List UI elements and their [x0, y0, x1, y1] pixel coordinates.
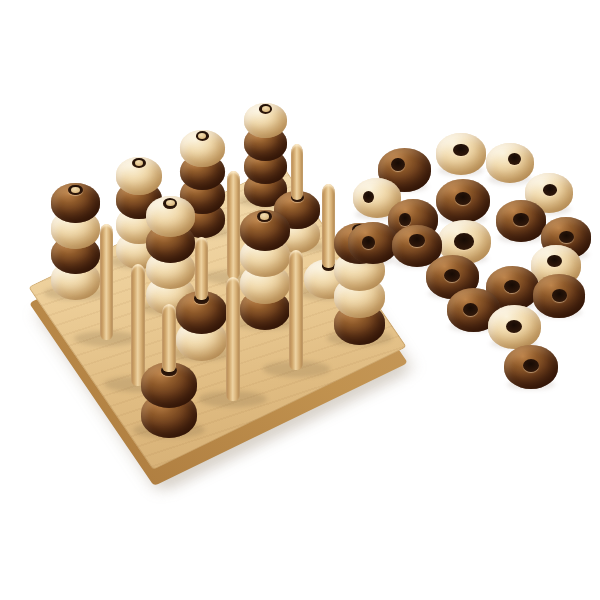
- pile-bead-hole: [409, 234, 424, 246]
- pile-bead-hole: [543, 184, 557, 196]
- pile-bead-hole: [391, 158, 404, 171]
- pile-bead-hole: [552, 289, 568, 302]
- pile-bead-hole: [362, 236, 375, 248]
- scene: Score Four (3D Connect Four), wooden 4x4…: [0, 0, 600, 600]
- pile-bead-hole: [453, 144, 468, 156]
- pile-bead-hole: [508, 153, 521, 165]
- pile-bead-hole: [547, 255, 562, 267]
- pile-bead-hole: [513, 213, 528, 225]
- bead-pile: [0, 0, 600, 600]
- pile-bead-hole: [454, 233, 475, 250]
- pile-bead-hole: [399, 213, 411, 225]
- pile-bead-hole: [463, 303, 478, 316]
- pile-bead-hole: [506, 320, 522, 333]
- pile-bead-hole: [444, 269, 460, 282]
- pile-bead-hole: [523, 359, 539, 372]
